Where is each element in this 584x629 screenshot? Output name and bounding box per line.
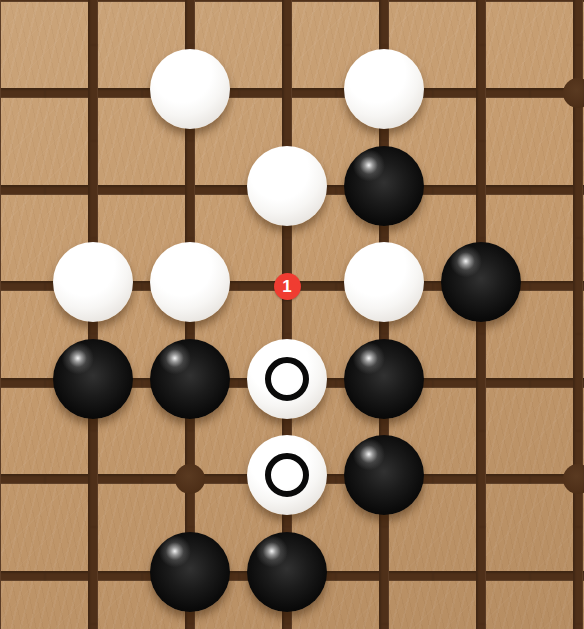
- white-stone: ○: [344, 49, 424, 129]
- board-intersection[interactable]: [0, 527, 45, 624]
- board-intersection[interactable]: [0, 334, 45, 431]
- white-stone: ○: [247, 146, 327, 226]
- board-intersection[interactable]: [45, 0, 142, 45]
- grid-line-vertical: [573, 334, 583, 431]
- board-intersection[interactable]: ●: [336, 431, 433, 528]
- board-intersection[interactable]: ●: [239, 527, 336, 624]
- grid-line-vertical: [573, 527, 583, 624]
- grid-line-vertical: [0, 334, 1, 431]
- move-1-marker: 1: [274, 273, 301, 300]
- black-stone: ●: [441, 242, 521, 322]
- board-intersection[interactable]: [433, 141, 530, 238]
- board-intersection[interactable]: [336, 0, 433, 45]
- board-intersection[interactable]: ●: [45, 334, 142, 431]
- board-intersection[interactable]: [433, 45, 530, 142]
- black-stone: ●: [344, 146, 424, 226]
- grid-line-vertical: [476, 624, 486, 629]
- board-intersection[interactable]: [433, 624, 530, 629]
- grid-line-horizontal: [0, 571, 45, 581]
- grid-line-vertical: [88, 431, 98, 528]
- grid-line-vertical: [476, 141, 486, 238]
- black-stone: ●: [53, 339, 133, 419]
- grid-line-vertical: [282, 45, 292, 142]
- board-intersection[interactable]: [45, 45, 142, 142]
- board-intersection[interactable]: ○: [239, 141, 336, 238]
- grid-line-vertical: [0, 141, 1, 238]
- board-intersection[interactable]: [433, 431, 530, 528]
- grid-line-vertical: [185, 624, 195, 629]
- circle-marker: [265, 357, 309, 401]
- circle-marker: [265, 453, 309, 497]
- board-intersection[interactable]: [45, 527, 142, 624]
- board-intersection[interactable]: [239, 0, 336, 45]
- board-intersection[interactable]: ●: [142, 527, 239, 624]
- grid-line-vertical: [88, 624, 98, 629]
- grid-line-vertical: [0, 624, 1, 629]
- board-intersection[interactable]: [336, 527, 433, 624]
- board-intersection[interactable]: [45, 624, 142, 629]
- board-intersection[interactable]: [0, 624, 45, 629]
- grid-line-vertical: [88, 0, 98, 45]
- grid-line-vertical: [476, 527, 486, 624]
- board-intersection[interactable]: [142, 0, 239, 45]
- board-intersection[interactable]: [0, 141, 45, 238]
- grid-line-vertical: [476, 0, 486, 45]
- grid-line-vertical: [0, 431, 1, 528]
- board-intersection[interactable]: [530, 334, 584, 431]
- board-intersection[interactable]: [530, 45, 584, 142]
- board-intersection[interactable]: ○: [336, 45, 433, 142]
- board-intersection[interactable]: [45, 431, 142, 528]
- black-stone: ●: [247, 532, 327, 612]
- grid-line-vertical: [573, 141, 583, 238]
- board-intersection[interactable]: [433, 0, 530, 45]
- grid-line-horizontal: [0, 378, 45, 388]
- board-intersection[interactable]: [433, 527, 530, 624]
- board-intersection[interactable]: [45, 141, 142, 238]
- white-stone: ○: [150, 49, 230, 129]
- board-intersection[interactable]: [433, 334, 530, 431]
- grid-line-horizontal: [0, 281, 45, 291]
- grid-line-vertical: [0, 527, 1, 624]
- board-intersection[interactable]: [142, 624, 239, 629]
- grid-line-horizontal: [0, 474, 45, 484]
- board-intersection[interactable]: [530, 431, 584, 528]
- grid-line-vertical: [0, 0, 1, 45]
- grid-line-horizontal: [0, 88, 45, 98]
- grid-line-vertical: [573, 238, 583, 335]
- board-intersection[interactable]: [530, 624, 584, 629]
- board-intersection[interactable]: [336, 624, 433, 629]
- board-grid: ○○○●○○1○●●●○●○●●●: [0, 0, 584, 629]
- board-intersection[interactable]: ●: [336, 334, 433, 431]
- grid-line-vertical: [476, 431, 486, 528]
- board-intersection[interactable]: ●: [433, 238, 530, 335]
- board-intersection[interactable]: ○: [239, 334, 336, 431]
- board-intersection[interactable]: [530, 0, 584, 45]
- grid-line-vertical: [379, 527, 389, 624]
- star-point: [563, 78, 584, 108]
- grid-line-vertical: [0, 45, 1, 142]
- board-intersection[interactable]: ○: [142, 238, 239, 335]
- white-stone: ○: [344, 242, 424, 322]
- board-intersection[interactable]: [142, 141, 239, 238]
- board-intersection[interactable]: [0, 45, 45, 142]
- black-stone: ●: [150, 532, 230, 612]
- board-intersection[interactable]: [239, 45, 336, 142]
- white-stone: ○: [53, 242, 133, 322]
- grid-line-vertical: [88, 45, 98, 142]
- grid-line-vertical: [282, 0, 292, 45]
- white-stone: ○: [150, 242, 230, 322]
- board-intersection[interactable]: ●: [142, 334, 239, 431]
- board-intersection[interactable]: ○: [45, 238, 142, 335]
- grid-line-vertical: [379, 624, 389, 629]
- board-intersection[interactable]: [239, 624, 336, 629]
- grid-line-vertical: [379, 0, 389, 45]
- grid-line-horizontal: [0, 185, 45, 195]
- board-intersection[interactable]: [0, 238, 45, 335]
- grid-line-vertical: [476, 45, 486, 142]
- go-board: ○○○●○○1○●●●○●○●●●: [0, 0, 584, 629]
- black-stone: ●: [344, 339, 424, 419]
- board-intersection[interactable]: [530, 527, 584, 624]
- white-stone: ○: [247, 435, 327, 515]
- black-stone: ●: [344, 435, 424, 515]
- board-intersection[interactable]: [142, 431, 239, 528]
- grid-line-vertical: [88, 527, 98, 624]
- board-intersection[interactable]: [530, 141, 584, 238]
- grid-line-horizontal: [0, 0, 45, 2]
- grid-line-vertical: [88, 141, 98, 238]
- grid-line-vertical: [282, 624, 292, 629]
- grid-line-vertical: [476, 334, 486, 431]
- white-stone: ○: [247, 339, 327, 419]
- board-intersection[interactable]: [0, 431, 45, 528]
- grid-line-vertical: [0, 238, 1, 335]
- board-intersection[interactable]: ○: [239, 431, 336, 528]
- star-point: [563, 464, 584, 494]
- grid-line-vertical: [185, 0, 195, 45]
- board-intersection[interactable]: ○: [336, 238, 433, 335]
- black-stone: ●: [150, 339, 230, 419]
- board-intersection[interactable]: [530, 238, 584, 335]
- board-intersection[interactable]: ●: [336, 141, 433, 238]
- grid-line-vertical: [185, 141, 195, 238]
- board-intersection[interactable]: ○: [142, 45, 239, 142]
- grid-line-vertical: [573, 0, 583, 45]
- star-point: [175, 464, 205, 494]
- board-intersection[interactable]: 1: [239, 238, 336, 335]
- board-intersection[interactable]: [0, 0, 45, 45]
- grid-line-vertical: [573, 624, 583, 629]
